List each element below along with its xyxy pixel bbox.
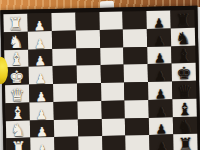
square-b1: ♞ <box>6 120 30 138</box>
piece-black-pawn: ♟ <box>156 140 168 150</box>
square-a8: ♜ <box>173 134 197 150</box>
square-c2: ♟ <box>29 102 53 120</box>
square-f7: ♟ <box>147 46 171 64</box>
square-c3 <box>53 101 77 119</box>
square-h8: ♜ <box>171 10 195 28</box>
square-d2: ♟ <box>29 84 53 102</box>
square-d7: ♟ <box>148 81 172 99</box>
square-h5 <box>99 11 123 29</box>
square-f2: ♟ <box>28 49 52 67</box>
square-f8: ♝ <box>171 45 195 63</box>
piece-black-bishop: ♝ <box>177 100 193 117</box>
piece-black-rook: ♜ <box>175 12 191 29</box>
square-d5 <box>101 82 125 100</box>
square-e7: ♟ <box>148 64 172 82</box>
square-a7: ♟ <box>149 135 173 150</box>
square-g8: ♞ <box>171 28 195 46</box>
piece-white-pawn: ♟ <box>36 143 48 150</box>
square-f6 <box>124 46 148 64</box>
square-b4 <box>77 118 101 136</box>
square-c5 <box>101 100 125 118</box>
piece-white-bishop: ♝ <box>9 51 25 68</box>
square-a2: ♟ <box>30 137 54 150</box>
square-d3 <box>53 84 77 102</box>
square-g6 <box>123 29 147 47</box>
piece-white-queen: ♛ <box>9 86 25 103</box>
square-b6 <box>125 117 149 135</box>
chess-board: ♜♟♟♜♞♟♟♞♝♟♟♝♚♟♟♚♛♟♟♛♝♟♟♝♞♟♟♞♜♟♟♜ <box>0 6 200 150</box>
square-b8: ♞ <box>173 116 197 134</box>
square-d4 <box>77 83 101 101</box>
square-c4 <box>77 101 101 119</box>
piece-white-bishop: ♝ <box>10 104 26 121</box>
square-a1: ♜ <box>6 138 30 150</box>
piece-black-king: ♚ <box>176 65 192 82</box>
square-b3 <box>54 119 78 137</box>
square-f1: ♝ <box>4 49 28 67</box>
square-e8: ♚ <box>172 63 196 81</box>
piece-white-rook: ♜ <box>11 140 27 150</box>
square-b2: ♟ <box>30 120 54 138</box>
square-e2: ♟ <box>29 66 53 84</box>
square-d8: ♛ <box>172 81 196 99</box>
square-h3 <box>51 13 75 31</box>
square-f4 <box>76 48 100 66</box>
square-a3 <box>54 137 78 150</box>
piece-black-queen: ♛ <box>176 83 192 100</box>
piece-black-bishop: ♝ <box>176 47 192 64</box>
piece-black-knight: ♞ <box>177 118 193 135</box>
square-g4 <box>75 30 99 48</box>
square-e6 <box>124 64 148 82</box>
square-e1: ♚ <box>5 67 29 85</box>
square-f3 <box>52 48 76 66</box>
square-c7: ♟ <box>149 99 173 117</box>
square-e4 <box>76 65 100 83</box>
piece-white-knight: ♞ <box>10 122 26 139</box>
piece-white-rook: ♜ <box>8 15 24 32</box>
square-d1: ♛ <box>5 85 29 103</box>
square-h1: ♜ <box>3 14 27 32</box>
square-g7: ♟ <box>147 28 171 46</box>
square-c1: ♝ <box>5 102 29 120</box>
square-a5 <box>102 136 126 150</box>
board-grid: ♜♟♟♜♞♟♟♞♝♟♟♝♚♟♟♚♛♟♟♛♝♟♟♝♞♟♟♞♜♟♟♜ <box>3 10 197 150</box>
square-e3 <box>52 66 76 84</box>
square-d6 <box>124 82 148 100</box>
square-h6 <box>123 11 147 29</box>
piece-black-knight: ♞ <box>175 29 191 46</box>
piece-white-king: ♚ <box>9 69 25 86</box>
square-a6 <box>126 135 150 150</box>
piece-black-rook: ♜ <box>178 136 194 150</box>
square-h2: ♟ <box>27 13 51 31</box>
piece-white-knight: ♞ <box>8 33 24 50</box>
square-g3 <box>52 30 76 48</box>
square-c6 <box>125 100 149 118</box>
square-h7: ♟ <box>147 10 171 28</box>
square-e5 <box>100 65 124 83</box>
square-b5 <box>101 118 125 136</box>
square-b7: ♟ <box>149 117 173 135</box>
square-g2: ♟ <box>28 31 52 49</box>
chess-photo-scene: ♜♟♟♜♞♟♟♞♝♟♟♝♚♟♟♚♛♟♟♛♝♟♟♝♞♟♟♞♜♟♟♜ <box>0 0 200 150</box>
square-a4 <box>78 136 102 150</box>
square-f5 <box>100 47 124 65</box>
square-h4 <box>75 12 99 30</box>
square-c8: ♝ <box>173 99 197 117</box>
square-g5 <box>99 29 123 47</box>
square-g1: ♞ <box>4 31 28 49</box>
